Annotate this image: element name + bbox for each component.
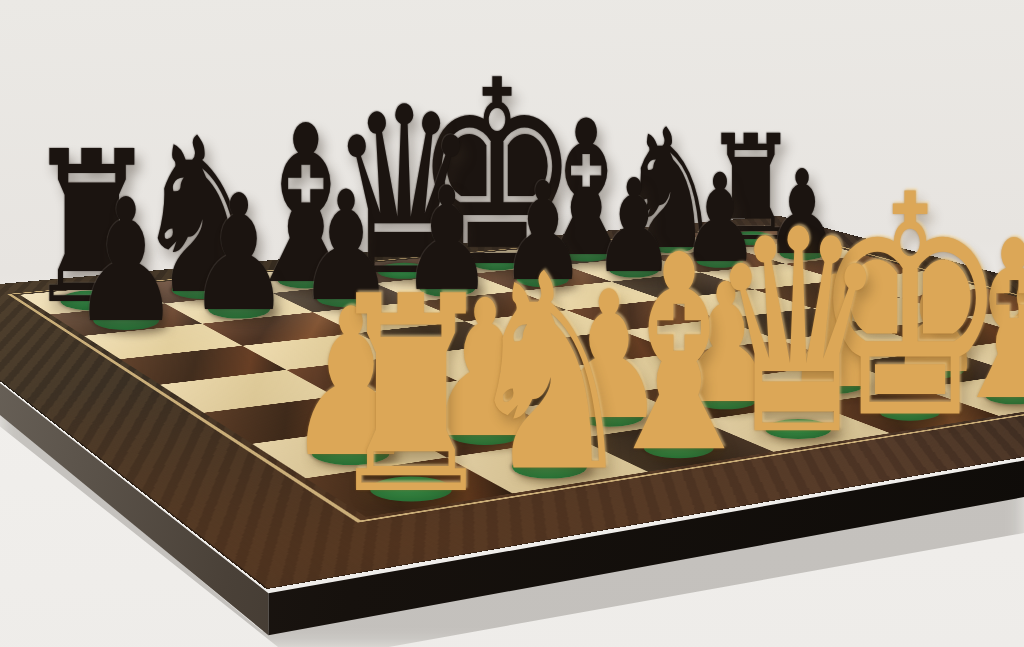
board-grid — [20, 227, 1024, 517]
chess-photo-scene: ♜♞♝♛♚♝♞♜♟♟♟♟♟♟♟♟♟♟♟♟♟♟♟♟♜♞♝♛♚♝♞♜ — [0, 0, 1024, 647]
